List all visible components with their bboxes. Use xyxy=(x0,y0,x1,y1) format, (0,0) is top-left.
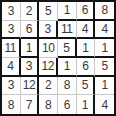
cell-r4c5[interactable]: 6 xyxy=(77,58,96,77)
cell-r3c6[interactable]: 1 xyxy=(95,39,114,58)
cell-r3c4[interactable]: 5 xyxy=(58,39,77,58)
cell-r5c1[interactable]: 3 xyxy=(2,77,21,96)
cell-r3c1[interactable]: 11 xyxy=(2,39,21,58)
cell-r3c5[interactable]: 1 xyxy=(77,39,96,58)
cell-r5c6[interactable]: 1 xyxy=(95,77,114,96)
cell-r6c3[interactable]: 8 xyxy=(39,95,58,114)
cell-r2c1[interactable]: 3 xyxy=(2,21,21,40)
cell-r4c3[interactable]: 12 xyxy=(39,58,58,77)
cell-r6c5[interactable]: 1 xyxy=(77,95,96,114)
cell-r6c2[interactable]: 7 xyxy=(21,95,40,114)
puzzle-screenshot: 3251683631144111105114312165312285187861… xyxy=(0,0,116,116)
cell-r2c5[interactable]: 4 xyxy=(77,21,96,40)
cell-r1c4[interactable]: 1 xyxy=(58,2,77,21)
cell-r2c3[interactable]: 3 xyxy=(39,21,58,40)
cell-r6c1[interactable]: 8 xyxy=(2,95,21,114)
puzzle-board: 3251683631144111105114312165312285187861… xyxy=(0,0,116,116)
cell-r1c5[interactable]: 6 xyxy=(77,2,96,21)
cell-r1c6[interactable]: 8 xyxy=(95,2,114,21)
cell-r3c3[interactable]: 10 xyxy=(39,39,58,58)
cell-r4c1[interactable]: 4 xyxy=(2,58,21,77)
cell-r1c2[interactable]: 2 xyxy=(21,2,40,21)
cell-r3c2[interactable]: 1 xyxy=(21,39,40,58)
cell-r2c2[interactable]: 6 xyxy=(21,21,40,40)
cell-r4c6[interactable]: 5 xyxy=(95,58,114,77)
cell-r2c4[interactable]: 11 xyxy=(58,21,77,40)
cell-r4c4[interactable]: 1 xyxy=(58,58,77,77)
cell-r5c4[interactable]: 8 xyxy=(58,77,77,96)
cell-r4c2[interactable]: 3 xyxy=(21,58,40,77)
cell-r5c3[interactable]: 2 xyxy=(39,77,58,96)
cell-r1c3[interactable]: 5 xyxy=(39,2,58,21)
cell-r1c1[interactable]: 3 xyxy=(2,2,21,21)
cell-r5c2[interactable]: 12 xyxy=(21,77,40,96)
cell-r6c4[interactable]: 6 xyxy=(58,95,77,114)
cell-r2c6[interactable]: 4 xyxy=(95,21,114,40)
cell-r5c5[interactable]: 5 xyxy=(77,77,96,96)
cell-r6c6[interactable]: 4 xyxy=(95,95,114,114)
